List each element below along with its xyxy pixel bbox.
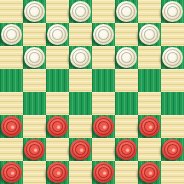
square-4-2[interactable]: [46, 92, 69, 115]
square-7-3[interactable]: [69, 161, 92, 184]
square-5-4[interactable]: [92, 115, 115, 138]
square-4-1[interactable]: [23, 92, 46, 115]
square-3-0[interactable]: [0, 69, 23, 92]
square-2-6[interactable]: [138, 46, 161, 69]
square-5-6[interactable]: [138, 115, 161, 138]
square-0-3[interactable]: [69, 0, 92, 23]
square-6-2[interactable]: [46, 138, 69, 161]
square-7-4[interactable]: [92, 161, 115, 184]
square-1-1[interactable]: [23, 23, 46, 46]
square-0-1[interactable]: [23, 0, 46, 23]
square-3-1[interactable]: [23, 69, 46, 92]
square-6-7[interactable]: [161, 138, 184, 161]
square-3-3[interactable]: [69, 69, 92, 92]
square-1-2[interactable]: [46, 23, 69, 46]
square-7-0[interactable]: [0, 161, 23, 184]
red-man[interactable]: [116, 139, 137, 160]
red-man[interactable]: [1, 162, 22, 183]
checkers-board: [0, 0, 184, 184]
square-3-6[interactable]: [138, 69, 161, 92]
white-man[interactable]: [1, 24, 22, 45]
square-2-3[interactable]: [69, 46, 92, 69]
square-6-4[interactable]: [92, 138, 115, 161]
red-man[interactable]: [139, 116, 160, 137]
square-3-4[interactable]: [92, 69, 115, 92]
red-man[interactable]: [93, 116, 114, 137]
red-man[interactable]: [1, 116, 22, 137]
red-man[interactable]: [70, 139, 91, 160]
square-1-4[interactable]: [92, 23, 115, 46]
red-man[interactable]: [24, 139, 45, 160]
square-0-0[interactable]: [0, 0, 23, 23]
square-7-5[interactable]: [115, 161, 138, 184]
square-5-3[interactable]: [69, 115, 92, 138]
square-3-2[interactable]: [46, 69, 69, 92]
square-0-4[interactable]: [92, 0, 115, 23]
red-man[interactable]: [47, 162, 68, 183]
square-0-6[interactable]: [138, 0, 161, 23]
white-man[interactable]: [116, 1, 137, 22]
square-5-7[interactable]: [161, 115, 184, 138]
square-7-1[interactable]: [23, 161, 46, 184]
square-4-5[interactable]: [115, 92, 138, 115]
square-7-2[interactable]: [46, 161, 69, 184]
red-man[interactable]: [47, 116, 68, 137]
white-man[interactable]: [47, 24, 68, 45]
red-man[interactable]: [93, 162, 114, 183]
square-1-0[interactable]: [0, 23, 23, 46]
white-man[interactable]: [93, 24, 114, 45]
square-1-6[interactable]: [138, 23, 161, 46]
white-man[interactable]: [162, 1, 183, 22]
square-1-3[interactable]: [69, 23, 92, 46]
square-4-4[interactable]: [92, 92, 115, 115]
white-man[interactable]: [24, 47, 45, 68]
square-2-5[interactable]: [115, 46, 138, 69]
square-4-0[interactable]: [0, 92, 23, 115]
square-2-0[interactable]: [0, 46, 23, 69]
square-6-6[interactable]: [138, 138, 161, 161]
square-5-0[interactable]: [0, 115, 23, 138]
white-man[interactable]: [162, 47, 183, 68]
square-0-7[interactable]: [161, 0, 184, 23]
square-2-7[interactable]: [161, 46, 184, 69]
square-6-1[interactable]: [23, 138, 46, 161]
square-7-7[interactable]: [161, 161, 184, 184]
square-5-5[interactable]: [115, 115, 138, 138]
square-6-5[interactable]: [115, 138, 138, 161]
square-0-2[interactable]: [46, 0, 69, 23]
square-6-0[interactable]: [0, 138, 23, 161]
square-2-4[interactable]: [92, 46, 115, 69]
square-4-7[interactable]: [161, 92, 184, 115]
white-man[interactable]: [24, 1, 45, 22]
square-6-3[interactable]: [69, 138, 92, 161]
red-man[interactable]: [162, 139, 183, 160]
square-5-1[interactable]: [23, 115, 46, 138]
square-4-3[interactable]: [69, 92, 92, 115]
white-man[interactable]: [70, 47, 91, 68]
red-man[interactable]: [139, 162, 160, 183]
square-2-1[interactable]: [23, 46, 46, 69]
square-1-5[interactable]: [115, 23, 138, 46]
white-man[interactable]: [116, 47, 137, 68]
square-3-5[interactable]: [115, 69, 138, 92]
white-man[interactable]: [139, 24, 160, 45]
square-3-7[interactable]: [161, 69, 184, 92]
square-0-5[interactable]: [115, 0, 138, 23]
square-2-2[interactable]: [46, 46, 69, 69]
white-man[interactable]: [70, 1, 91, 22]
square-1-7[interactable]: [161, 23, 184, 46]
square-5-2[interactable]: [46, 115, 69, 138]
square-7-6[interactable]: [138, 161, 161, 184]
square-4-6[interactable]: [138, 92, 161, 115]
